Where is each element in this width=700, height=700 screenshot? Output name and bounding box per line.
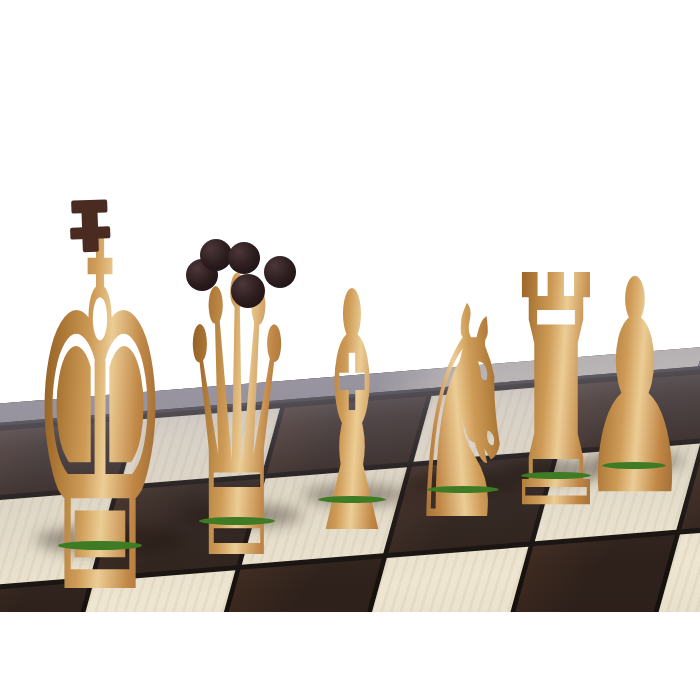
- king-felt: [58, 541, 142, 550]
- bishop-felt: [318, 496, 386, 503]
- queen-felt: [199, 517, 275, 525]
- king-cross-finial: [69, 199, 111, 252]
- king-glyph: ♚: [29, 182, 171, 662]
- pawn-felt: [602, 462, 666, 469]
- knight-felt: [427, 486, 499, 493]
- cross-arms: [70, 226, 110, 239]
- foreground-white: [0, 612, 700, 700]
- queen-crown-ball: [231, 274, 265, 308]
- white-bishop-piece[interactable]: ♝: [310, 264, 394, 502]
- queen-crown-ball: [264, 256, 296, 288]
- queen-crown-ball: [228, 242, 260, 274]
- rook-felt: [521, 472, 591, 479]
- bishop-glyph: ♝: [302, 250, 403, 580]
- white-king-piece[interactable]: ♚: [41, 205, 159, 549]
- photo-stage: ♚ ♛ ♝ ♜ ♞ ♟: [0, 0, 700, 700]
- white-pawn-piece[interactable]: ♟: [594, 303, 676, 468]
- white-knight-piece[interactable]: ♞: [413, 284, 513, 492]
- pawn-glyph: ♟: [579, 242, 690, 537]
- knight-glyph: ♞: [405, 269, 520, 561]
